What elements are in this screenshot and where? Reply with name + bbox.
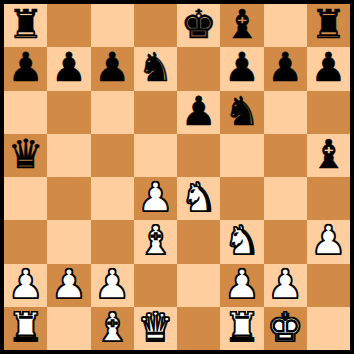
black-pawn-a7[interactable]: ♟	[8, 46, 44, 89]
white-queen-d1[interactable]: ♛	[137, 306, 173, 349]
square-f3[interactable]: ♞	[220, 220, 263, 263]
square-c6[interactable]	[91, 91, 134, 134]
square-e8[interactable]: ♚	[177, 4, 220, 47]
square-b8[interactable]	[47, 4, 90, 47]
square-g3[interactable]	[264, 220, 307, 263]
square-a4[interactable]	[4, 177, 47, 220]
white-pawn-b2[interactable]: ♟	[51, 263, 87, 306]
square-b3[interactable]	[47, 220, 90, 263]
white-pawn-c2[interactable]: ♟	[94, 263, 130, 306]
square-h1[interactable]	[307, 307, 350, 350]
white-knight-e4[interactable]: ♞	[181, 176, 217, 219]
square-g4[interactable]	[264, 177, 307, 220]
white-king-g1[interactable]: ♚	[267, 306, 303, 349]
square-d7[interactable]: ♞	[134, 47, 177, 90]
black-knight-f6[interactable]: ♞	[224, 90, 260, 133]
square-c8[interactable]	[91, 4, 134, 47]
square-g6[interactable]	[264, 91, 307, 134]
square-d5[interactable]	[134, 134, 177, 177]
square-f7[interactable]: ♟	[220, 47, 263, 90]
white-pawn-f2[interactable]: ♟	[224, 263, 260, 306]
square-b6[interactable]	[47, 91, 90, 134]
square-f2[interactable]: ♟	[220, 264, 263, 307]
square-h4[interactable]	[307, 177, 350, 220]
square-h5[interactable]: ♝	[307, 134, 350, 177]
square-d6[interactable]	[134, 91, 177, 134]
black-bishop-f8[interactable]: ♝	[224, 3, 260, 46]
square-a7[interactable]: ♟	[4, 47, 47, 90]
white-bishop-d3[interactable]: ♝	[137, 219, 173, 262]
black-pawn-f7[interactable]: ♟	[224, 46, 260, 89]
black-pawn-e6[interactable]: ♟	[181, 90, 217, 133]
white-knight-f3[interactable]: ♞	[224, 219, 260, 262]
square-h3[interactable]: ♟	[307, 220, 350, 263]
square-h2[interactable]	[307, 264, 350, 307]
black-rook-a8[interactable]: ♜	[8, 3, 44, 46]
black-pawn-g7[interactable]: ♟	[267, 46, 303, 89]
square-a6[interactable]	[4, 91, 47, 134]
white-pawn-d4[interactable]: ♟	[137, 176, 173, 219]
black-bishop-h5[interactable]: ♝	[310, 133, 346, 176]
black-king-e8[interactable]: ♚	[181, 3, 217, 46]
square-c4[interactable]	[91, 177, 134, 220]
white-rook-f1[interactable]: ♜	[224, 306, 260, 349]
black-knight-d7[interactable]: ♞	[137, 46, 173, 89]
square-d2[interactable]	[134, 264, 177, 307]
square-e6[interactable]: ♟	[177, 91, 220, 134]
square-c3[interactable]	[91, 220, 134, 263]
square-f6[interactable]: ♞	[220, 91, 263, 134]
square-g8[interactable]	[264, 4, 307, 47]
white-rook-a1[interactable]: ♜	[8, 306, 44, 349]
black-pawn-h7[interactable]: ♟	[310, 46, 346, 89]
square-h6[interactable]	[307, 91, 350, 134]
square-g2[interactable]: ♟	[264, 264, 307, 307]
white-pawn-g2[interactable]: ♟	[267, 263, 303, 306]
square-b1[interactable]	[47, 307, 90, 350]
chess-board: ♜♚♝♜♟♟♟♞♟♟♟♟♞♛♝♟♞♝♞♟♟♟♟♟♟♜♝♛♜♚	[0, 0, 354, 354]
white-pawn-a2[interactable]: ♟	[8, 263, 44, 306]
square-a2[interactable]: ♟	[4, 264, 47, 307]
square-e4[interactable]: ♞	[177, 177, 220, 220]
black-pawn-b7[interactable]: ♟	[51, 46, 87, 89]
square-e2[interactable]	[177, 264, 220, 307]
square-h8[interactable]: ♜	[307, 4, 350, 47]
black-queen-a5[interactable]: ♛	[8, 133, 44, 176]
square-g5[interactable]	[264, 134, 307, 177]
square-d3[interactable]: ♝	[134, 220, 177, 263]
square-d1[interactable]: ♛	[134, 307, 177, 350]
square-f1[interactable]: ♜	[220, 307, 263, 350]
square-a5[interactable]: ♛	[4, 134, 47, 177]
square-c7[interactable]: ♟	[91, 47, 134, 90]
square-b7[interactable]: ♟	[47, 47, 90, 90]
black-pawn-c7[interactable]: ♟	[94, 46, 130, 89]
square-f4[interactable]	[220, 177, 263, 220]
square-h7[interactable]: ♟	[307, 47, 350, 90]
square-e3[interactable]	[177, 220, 220, 263]
square-c2[interactable]: ♟	[91, 264, 134, 307]
square-b2[interactable]: ♟	[47, 264, 90, 307]
square-a3[interactable]	[4, 220, 47, 263]
square-c1[interactable]: ♝	[91, 307, 134, 350]
square-f5[interactable]	[220, 134, 263, 177]
white-bishop-c1[interactable]: ♝	[94, 306, 130, 349]
square-f8[interactable]: ♝	[220, 4, 263, 47]
square-d8[interactable]	[134, 4, 177, 47]
square-c5[interactable]	[91, 134, 134, 177]
square-g1[interactable]: ♚	[264, 307, 307, 350]
square-b5[interactable]	[47, 134, 90, 177]
black-rook-h8[interactable]: ♜	[310, 3, 346, 46]
square-e1[interactable]	[177, 307, 220, 350]
white-pawn-h3[interactable]: ♟	[310, 219, 346, 262]
square-b4[interactable]	[47, 177, 90, 220]
square-e7[interactable]	[177, 47, 220, 90]
square-a8[interactable]: ♜	[4, 4, 47, 47]
square-g7[interactable]: ♟	[264, 47, 307, 90]
square-e5[interactable]	[177, 134, 220, 177]
square-d4[interactable]: ♟	[134, 177, 177, 220]
square-a1[interactable]: ♜	[4, 307, 47, 350]
